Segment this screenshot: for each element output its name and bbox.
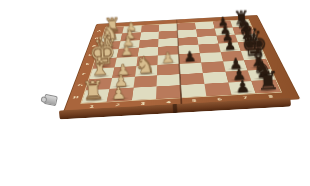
piece-shadow xyxy=(232,89,253,94)
file-label-c: C xyxy=(91,45,96,48)
file-label-f: F xyxy=(81,73,86,76)
square-h2: ♟ xyxy=(106,88,133,102)
square-h1: ♜ xyxy=(82,89,110,103)
file-label-b: B xyxy=(94,37,99,40)
square-g6 xyxy=(203,71,228,83)
square-h4 xyxy=(156,85,181,99)
piece-shadow xyxy=(249,66,268,70)
board-grid: ♜♟♟♜♞♟♟♞♝♟♟♝♛♟♟♛♚♟♟♚♝♟♞♟♝♟♟♞♜♟♟♜ xyxy=(80,19,282,103)
square-h5 xyxy=(180,84,206,98)
file-label-g: G xyxy=(77,83,83,87)
square-h3 xyxy=(131,87,156,101)
file-label-a: A xyxy=(97,30,102,32)
file-label-e: E xyxy=(85,63,90,66)
square-g2: ♟ xyxy=(109,77,134,90)
piece-shadow xyxy=(109,96,129,101)
file-label-d: D xyxy=(88,53,94,56)
square-g8: ♞ xyxy=(248,69,276,81)
square-f3: ♞ xyxy=(135,65,158,77)
square-h7: ♟ xyxy=(228,81,256,95)
piece-shadow xyxy=(84,98,105,103)
perspective-scene: ♜♟♟♜♞♟♟♞♝♟♟♝♛♟♟♛♚♟♟♚♝♟♞♟♝♟♟♞♜♟♟♜ 1234567… xyxy=(50,0,301,112)
file-label-h: H xyxy=(72,95,79,99)
square-h6 xyxy=(204,83,231,97)
piece-shadow xyxy=(257,88,278,93)
board-tilt-wrapper: ♜♟♟♜♞♟♟♞♝♟♟♝♛♟♟♛♚♟♟♚♝♟♞♟♝♟♟♞♜♟♟♜ 1234567… xyxy=(50,0,301,112)
latch-clasp-icon xyxy=(43,94,58,106)
chess-set-photo: ♜♟♟♜♞♟♟♞♝♟♟♝♛♟♟♛♚♟♟♚♝♟♞♟♝♟♟♞♜♟♟♜ 1234567… xyxy=(0,0,310,186)
square-h8: ♜ xyxy=(252,80,281,93)
square-f8: ♝ xyxy=(244,59,270,70)
square-g5 xyxy=(180,73,204,85)
chess-board: ♜♟♟♜♞♟♟♞♝♟♟♝♛♟♟♛♚♟♟♚♝♟♞♟♝♟♟♞♜♟♟♜ 1234567… xyxy=(63,15,301,112)
latch-pin-icon xyxy=(40,96,47,103)
square-f5 xyxy=(179,63,202,74)
square-f1: ♝ xyxy=(89,67,114,79)
